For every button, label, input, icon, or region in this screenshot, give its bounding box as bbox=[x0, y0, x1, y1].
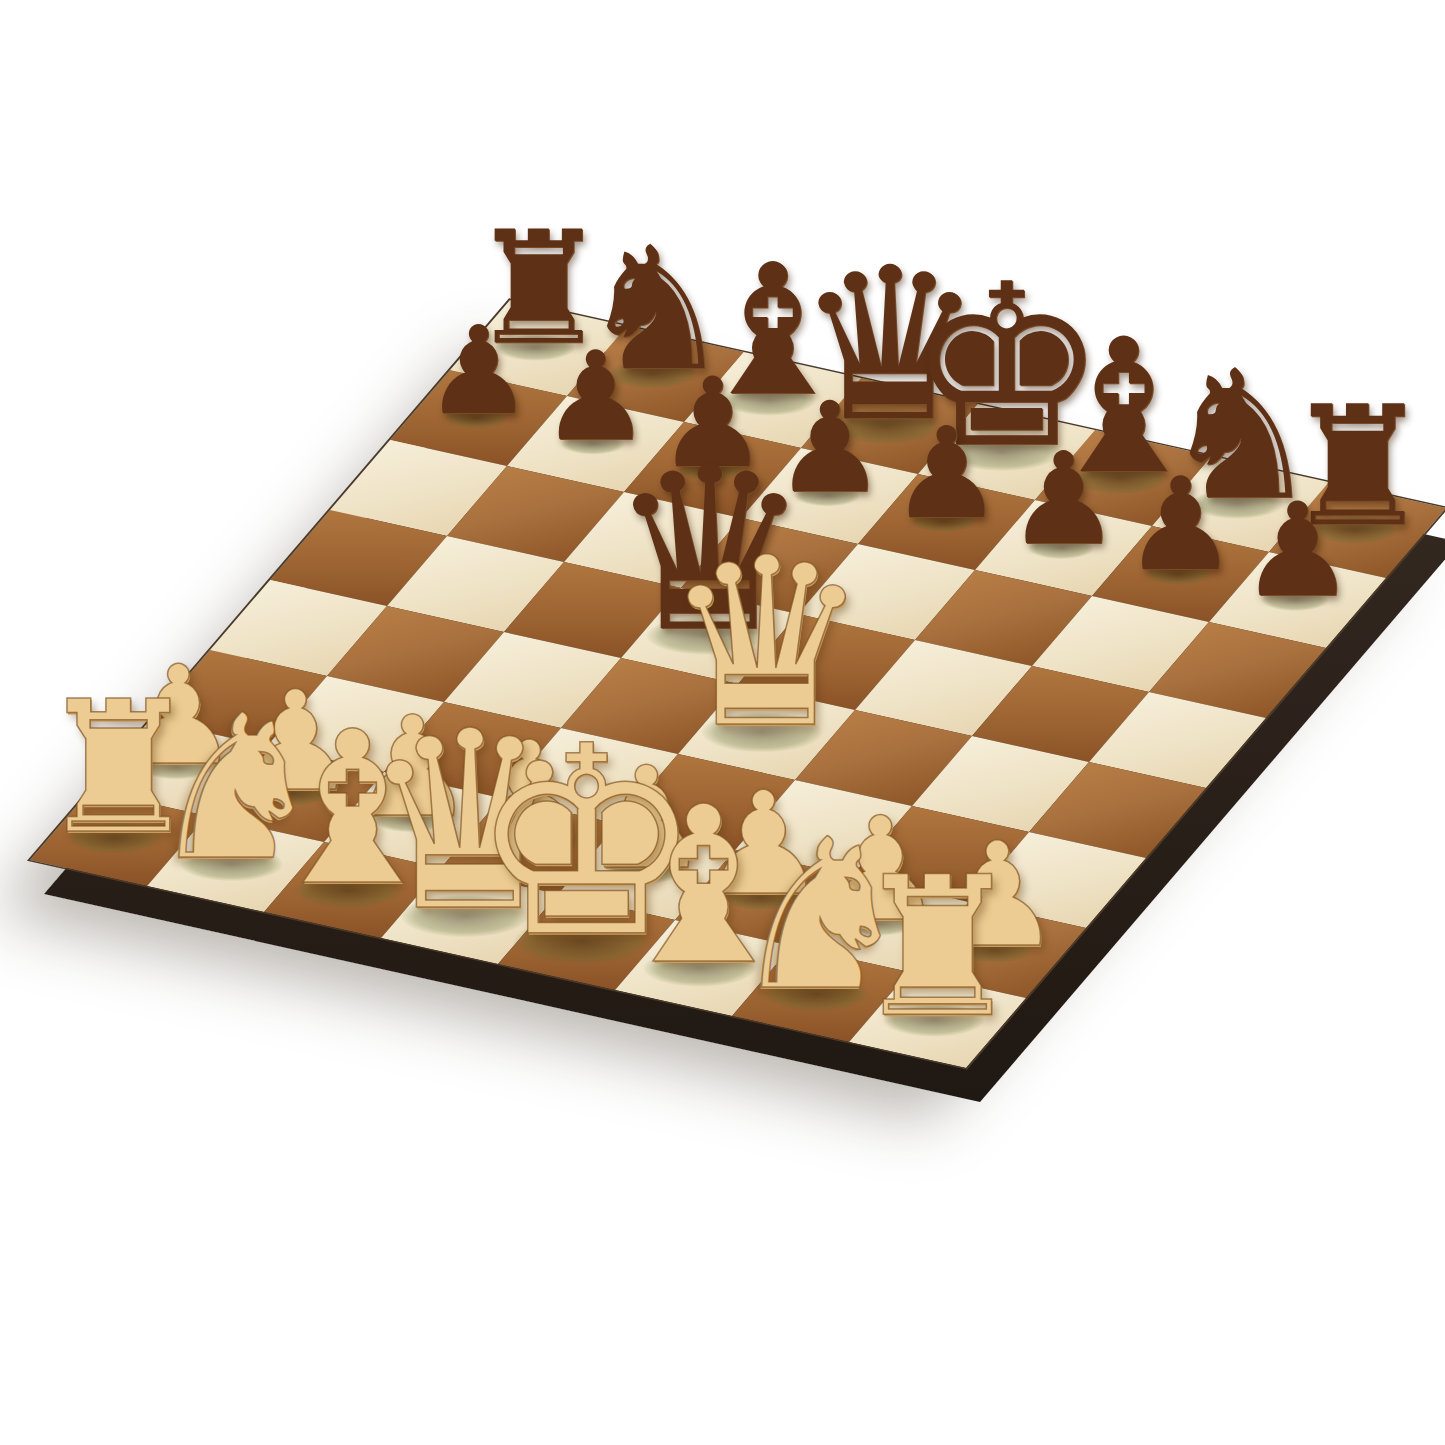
chess-set-photo: ♜♞♝♛♚♝♞♜♟♟♟♟♟♟♟♟♛♛♟♟♟♟♟♟♟♟♜♞♝♛♚♝♞♜ bbox=[0, 0, 1445, 1445]
dark-pawn-h7[interactable]: ♟ bbox=[1239, 486, 1355, 615]
dark-pawn-f7[interactable]: ♟ bbox=[1006, 436, 1120, 563]
dark-pawn-a7[interactable]: ♟ bbox=[424, 311, 533, 433]
dark-pawn-g7[interactable]: ♟ bbox=[1123, 461, 1238, 589]
light-rook-h1[interactable]: ♜ bbox=[851, 851, 1024, 1044]
dark-pawn-e7[interactable]: ♟ bbox=[890, 411, 1003, 537]
